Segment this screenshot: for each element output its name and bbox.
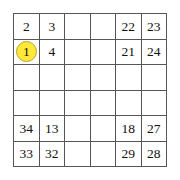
cell-r4c1[interactable] xyxy=(14,91,39,116)
cell-r1c5: 22 xyxy=(116,14,141,39)
start-highlight-circle: 1 xyxy=(16,41,37,62)
cell-value: 2 xyxy=(23,20,30,34)
cell-value: 3 xyxy=(48,20,55,34)
cell-value: 21 xyxy=(122,45,136,59)
cell-value: 29 xyxy=(122,147,136,161)
cell-r2c2: 4 xyxy=(40,40,65,65)
cell-value: 34 xyxy=(20,122,34,136)
cell-r5c6: 27 xyxy=(142,116,167,141)
cell-r2c1: 1 xyxy=(14,40,39,65)
cell-value: 23 xyxy=(147,20,161,34)
cell-value: 28 xyxy=(147,147,161,161)
cell-r2c3[interactable] xyxy=(65,40,90,65)
cell-r5c4[interactable] xyxy=(91,116,116,141)
cell-r3c2[interactable] xyxy=(40,65,65,90)
board: 2322231421243413182733322928 xyxy=(13,13,167,167)
cell-value: 27 xyxy=(147,122,161,136)
cell-r5c5: 18 xyxy=(116,116,141,141)
cell-r6c6: 28 xyxy=(142,142,167,167)
cell-r3c5[interactable] xyxy=(116,65,141,90)
cell-r3c1[interactable] xyxy=(14,65,39,90)
cell-value: 1 xyxy=(23,45,30,59)
cell-r5c1: 34 xyxy=(14,116,39,141)
cell-value: 22 xyxy=(122,20,136,34)
cell-r1c4[interactable] xyxy=(91,14,116,39)
cell-r4c5[interactable] xyxy=(116,91,141,116)
cell-r6c3[interactable] xyxy=(65,142,90,167)
cell-r6c2: 32 xyxy=(40,142,65,167)
cell-value: 18 xyxy=(122,122,136,136)
cell-r1c2: 3 xyxy=(40,14,65,39)
cell-value: 13 xyxy=(45,122,59,136)
cell-r2c4[interactable] xyxy=(91,40,116,65)
cell-r6c4[interactable] xyxy=(91,142,116,167)
cell-r4c4[interactable] xyxy=(91,91,116,116)
cell-value: 32 xyxy=(45,147,59,161)
cell-value: 33 xyxy=(20,147,34,161)
cell-r4c3[interactable] xyxy=(65,91,90,116)
cell-r6c5: 29 xyxy=(116,142,141,167)
cell-r4c2[interactable] xyxy=(40,91,65,116)
cell-value: 4 xyxy=(48,45,55,59)
cell-r3c6[interactable] xyxy=(142,65,167,90)
cell-r5c3[interactable] xyxy=(65,116,90,141)
cell-r4c6[interactable] xyxy=(142,91,167,116)
cell-r1c3[interactable] xyxy=(65,14,90,39)
puzzle-page: 2322231421243413182733322928 xyxy=(0,0,180,180)
cell-r3c4[interactable] xyxy=(91,65,116,90)
cell-value: 24 xyxy=(147,45,161,59)
cell-r3c3[interactable] xyxy=(65,65,90,90)
cell-r1c1: 2 xyxy=(14,14,39,39)
cell-r2c5: 21 xyxy=(116,40,141,65)
cell-r2c6: 24 xyxy=(142,40,167,65)
cell-r6c1: 33 xyxy=(14,142,39,167)
cell-r5c2: 13 xyxy=(40,116,65,141)
cell-r1c6: 23 xyxy=(142,14,167,39)
